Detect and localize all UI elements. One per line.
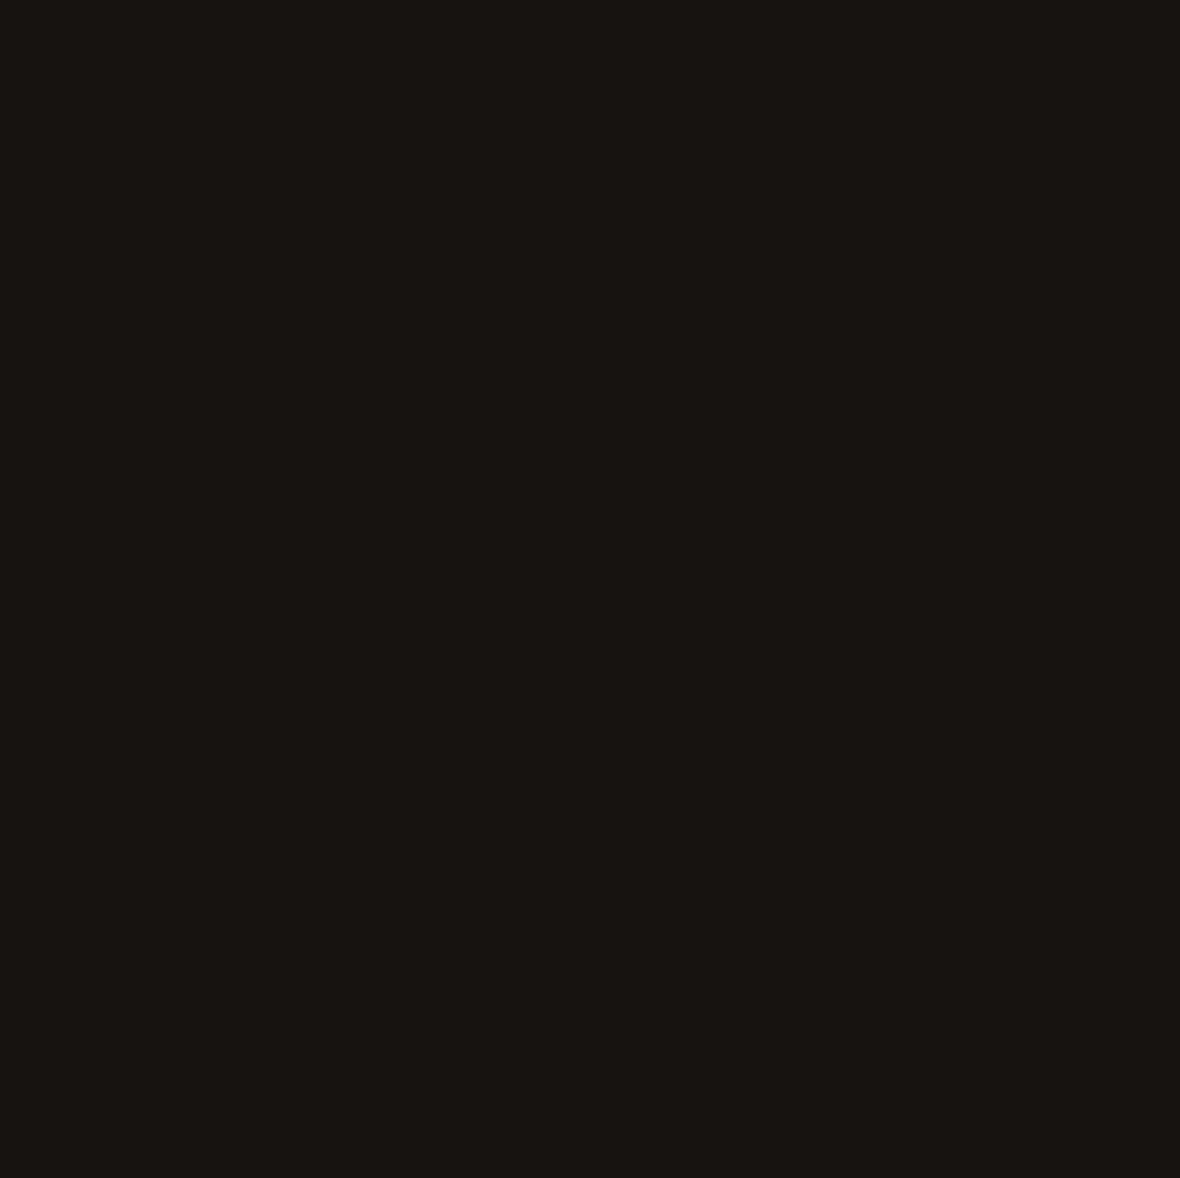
board-grid	[6, 6, 1174, 1172]
chess-board	[0, 0, 1180, 1178]
